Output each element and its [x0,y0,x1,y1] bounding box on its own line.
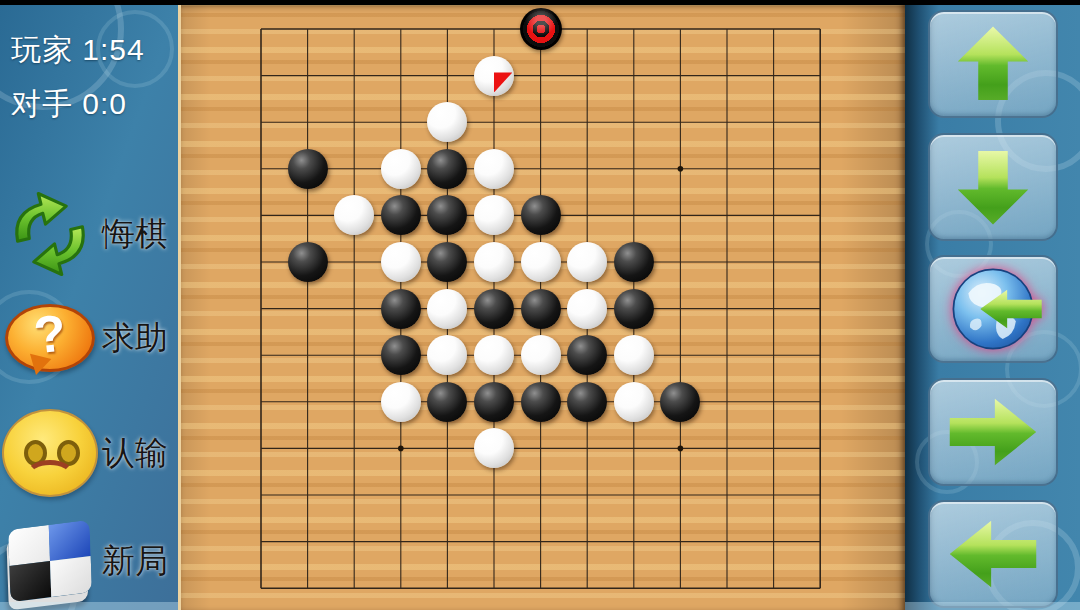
new-game-label: 新局 [102,539,168,584]
sidebar-bottom-edge [0,602,178,610]
white-stone [567,242,607,282]
black-stone [614,289,654,329]
white-stone [427,335,467,375]
white-stone [521,335,561,375]
undo-label: 悔棋 [102,212,168,257]
black-stone [660,382,700,422]
black-stone [521,195,561,235]
globe-left-arrow-icon [949,265,1037,353]
player-label: 玩家 [11,33,73,66]
player-timer: 玩家 1:54 [11,30,145,71]
opponent-label: 对手 [11,87,73,120]
white-stone [381,149,421,189]
white-stone [474,242,514,282]
sidebar-bottom-edge [905,602,1080,610]
black-stone [427,195,467,235]
target-marker [520,8,562,50]
question-bubble-icon: ? [0,293,100,383]
white-stone [427,102,467,142]
white-stone [614,382,654,422]
top-bezel [0,0,1080,5]
network-back-button[interactable] [928,255,1058,363]
help-label: 求助 [102,316,168,361]
opponent-time: 0:0 [82,87,127,120]
black-stone [427,242,467,282]
white-stone [474,56,514,96]
undo-button[interactable]: 悔棋 [0,188,178,280]
white-stone [474,335,514,375]
move-down-button[interactable] [928,133,1058,241]
white-stone [474,428,514,468]
opponent-timer: 对手 0:0 [11,84,127,125]
black-stone [521,289,561,329]
white-stone [521,242,561,282]
white-stone [567,289,607,329]
white-stone [334,195,374,235]
up-arrow-icon [952,24,1034,104]
move-up-button[interactable] [928,10,1058,118]
black-stone [288,149,328,189]
move-left-button[interactable] [928,500,1058,608]
black-stone [288,242,328,282]
black-stone [381,289,421,329]
black-stone [381,335,421,375]
left-sidebar: 玩家 1:54 对手 0:0 悔棋 [0,0,178,610]
white-stone [614,335,654,375]
left-arrow-icon [947,517,1039,591]
new-game-button[interactable]: 新局 [0,514,178,608]
white-stone [381,242,421,282]
black-stone [427,149,467,189]
resign-label: 认输 [102,431,168,476]
right-arrow-icon [947,395,1039,469]
black-stone [474,289,514,329]
black-stone [567,382,607,422]
white-stone [381,382,421,422]
white-stone [474,195,514,235]
resign-button[interactable]: 认输 [0,406,178,500]
black-stone [474,382,514,422]
app-screen: 玩家 1:54 对手 0:0 悔棋 [0,0,1080,610]
player-time: 1:54 [82,33,144,66]
white-stone [474,149,514,189]
down-arrow-icon [952,147,1034,227]
white-stone [427,289,467,329]
help-button[interactable]: ? 求助 [0,292,178,384]
sad-face-icon [0,408,100,498]
black-stone [567,335,607,375]
goban[interactable] [260,28,821,589]
black-stone [381,195,421,235]
black-stone [614,242,654,282]
move-right-button[interactable] [928,378,1058,486]
black-stone [427,382,467,422]
undo-arrows-icon [0,189,100,279]
board-panel [178,0,905,610]
right-sidebar [905,0,1080,610]
black-stone [521,382,561,422]
checkered-board-icon [0,516,100,606]
